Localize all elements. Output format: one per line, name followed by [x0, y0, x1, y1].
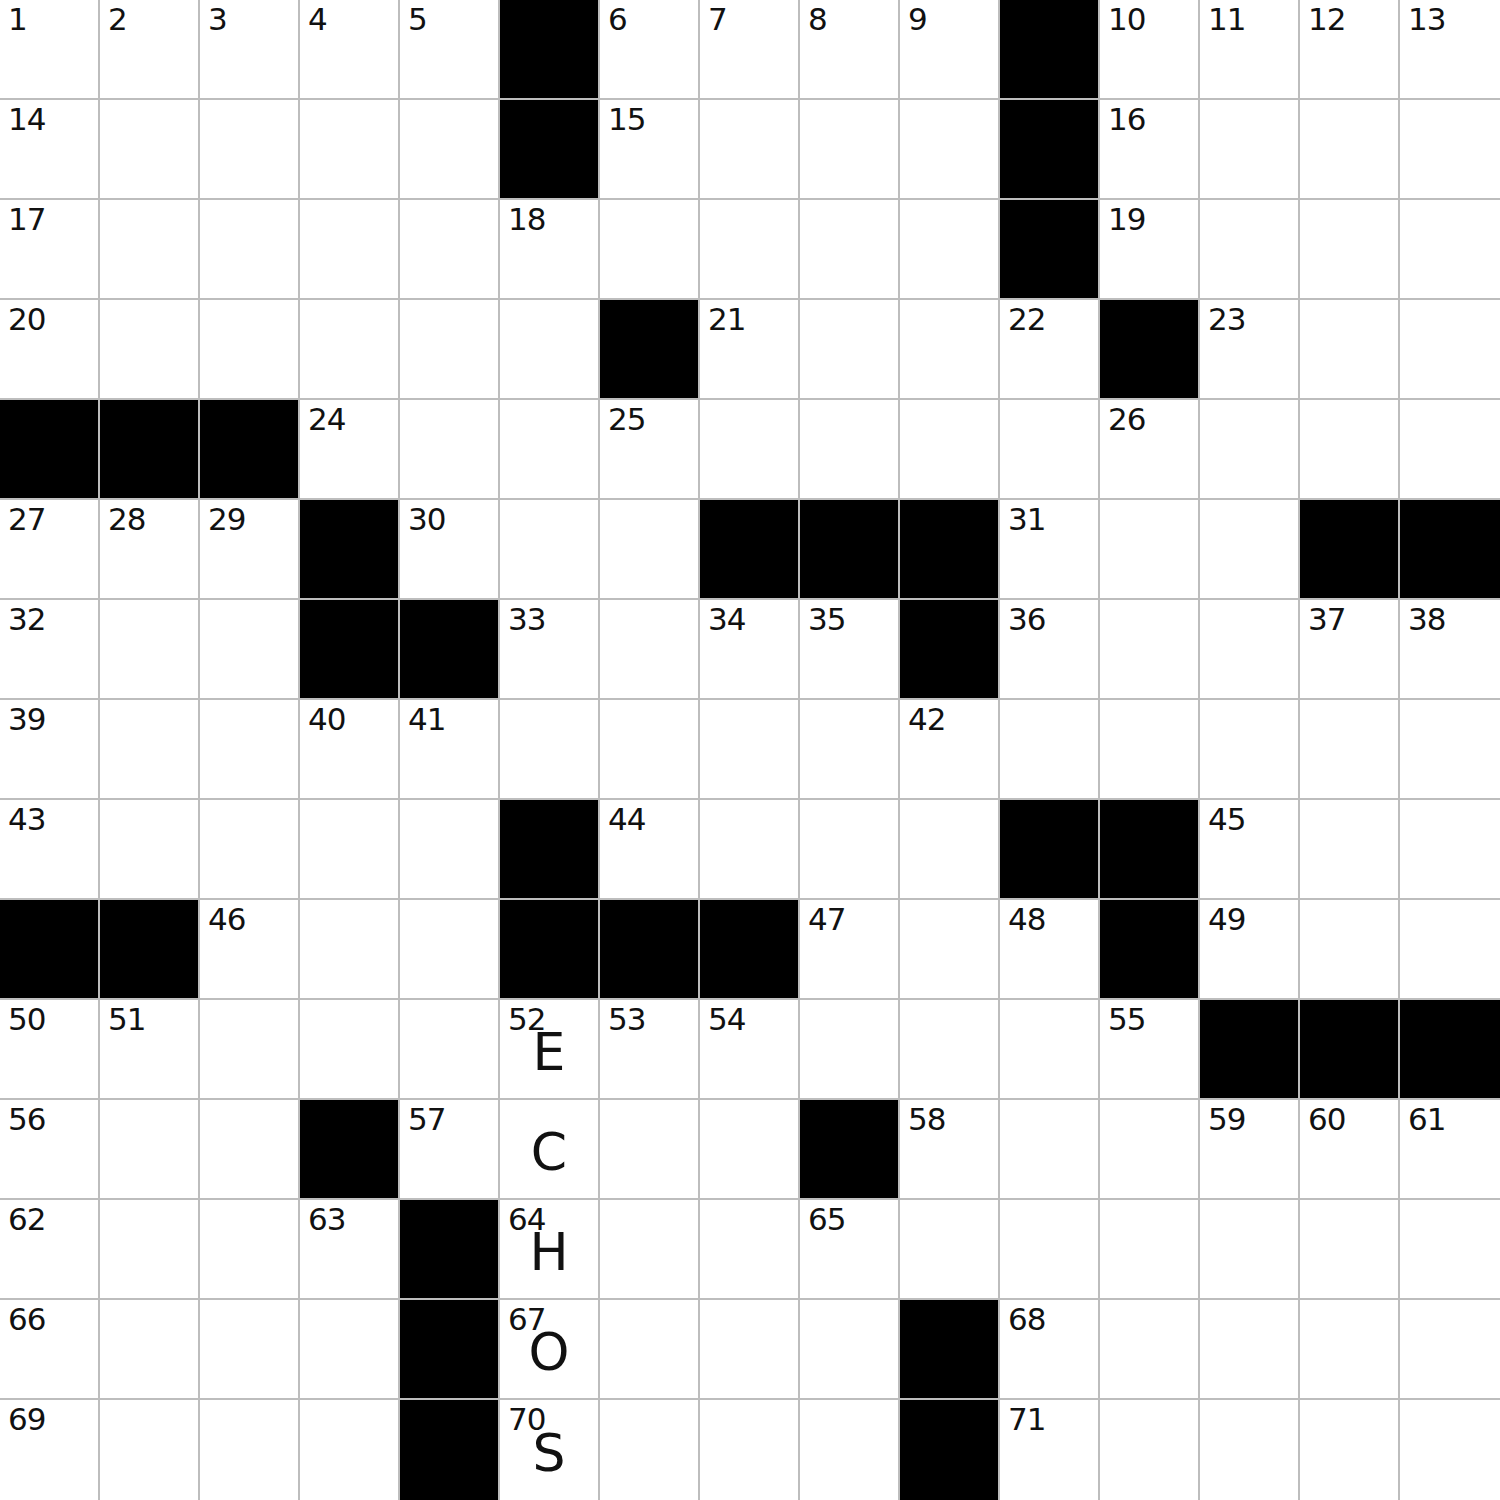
clue-number: 10: [1108, 4, 1145, 35]
block-cell-r10c8: [700, 900, 800, 1000]
clue-number: 48: [1008, 904, 1045, 935]
cell-r2c15[interactable]: [1400, 100, 1500, 200]
cell-r5c15[interactable]: [1400, 400, 1500, 500]
block-cell-r6c8: [700, 500, 800, 600]
cell-r11c3[interactable]: [200, 1000, 300, 1100]
clue-number: 8: [808, 4, 827, 35]
cell-r13c14[interactable]: [1300, 1200, 1400, 1300]
block-cell-r12c4: [300, 1100, 400, 1200]
cell-r5c5[interactable]: [400, 400, 500, 500]
cell-r12c10[interactable]: 58: [900, 1100, 1000, 1200]
block-cell-r10c12: [1100, 900, 1200, 1000]
cell-r2c13[interactable]: [1200, 100, 1300, 200]
cell-r15c12[interactable]: [1100, 1400, 1200, 1500]
cell-r9c15[interactable]: [1400, 800, 1500, 900]
cell-r15c1[interactable]: 69: [0, 1400, 100, 1500]
cell-r14c3[interactable]: [200, 1300, 300, 1400]
cell-r6c6[interactable]: [500, 500, 600, 600]
cell-r4c13[interactable]: 23: [1200, 300, 1300, 400]
cell-r14c7[interactable]: [600, 1300, 700, 1400]
cell-r14c11[interactable]: 68: [1000, 1300, 1100, 1400]
clue-number: 18: [508, 204, 545, 235]
cell-r3c2[interactable]: [100, 200, 200, 300]
clue-number: 36: [1008, 604, 1045, 635]
block-cell-r11c13: [1200, 1000, 1300, 1100]
block-cell-r12c9: [800, 1100, 900, 1200]
block-cell-r1c11: [1000, 0, 1100, 100]
cell-r5c12[interactable]: 26: [1100, 400, 1200, 500]
clue-number: 9: [908, 4, 927, 35]
block-cell-r3c11: [1000, 200, 1100, 300]
clue-number: 2: [108, 4, 127, 35]
cell-r4c8[interactable]: 21: [700, 300, 800, 400]
cell-r12c5[interactable]: 57: [400, 1100, 500, 1200]
cell-r14c14[interactable]: [1300, 1300, 1400, 1400]
block-cell-r7c5: [400, 600, 500, 700]
cell-r14c15[interactable]: [1400, 1300, 1500, 1400]
block-cell-r10c1: [0, 900, 100, 1000]
cell-r13c13[interactable]: [1200, 1200, 1300, 1300]
cell-r11c12[interactable]: 55: [1100, 1000, 1200, 1100]
cell-r1c3[interactable]: 3: [200, 0, 300, 100]
block-cell-r2c11: [1000, 100, 1100, 200]
clue-number: 66: [8, 1304, 45, 1335]
cell-r3c6[interactable]: 18: [500, 200, 600, 300]
cell-letter: O: [500, 1326, 598, 1378]
cell-r7c7[interactable]: [600, 600, 700, 700]
cell-r8c12[interactable]: [1100, 700, 1200, 800]
cell-r5c14[interactable]: [1300, 400, 1400, 500]
cell-r8c10[interactable]: 42: [900, 700, 1000, 800]
block-cell-r14c5: [400, 1300, 500, 1400]
cell-r9c5[interactable]: [400, 800, 500, 900]
cell-r4c14[interactable]: [1300, 300, 1400, 400]
cell-r10c10[interactable]: [900, 900, 1000, 1000]
clue-number: 65: [808, 1204, 845, 1235]
cell-r3c3[interactable]: [200, 200, 300, 300]
cell-r3c8[interactable]: [700, 200, 800, 300]
clue-number: 47: [808, 904, 845, 935]
cell-r7c2[interactable]: [100, 600, 200, 700]
cell-r11c8[interactable]: 54: [700, 1000, 800, 1100]
cell-r9c14[interactable]: [1300, 800, 1400, 900]
cell-r6c2[interactable]: 28: [100, 500, 200, 600]
cell-r11c10[interactable]: [900, 1000, 1000, 1100]
cell-r4c11[interactable]: 22: [1000, 300, 1100, 400]
cell-r3c15[interactable]: [1400, 200, 1500, 300]
cell-letter: C: [500, 1126, 598, 1178]
cell-r9c10[interactable]: [900, 800, 1000, 900]
cell-r8c7[interactable]: [600, 700, 700, 800]
cell-r10c14[interactable]: [1300, 900, 1400, 1000]
cell-r6c11[interactable]: 31: [1000, 500, 1100, 600]
cell-r1c10[interactable]: 9: [900, 0, 1000, 100]
clue-number: 58: [908, 1104, 945, 1135]
cell-r3c13[interactable]: [1200, 200, 1300, 300]
cell-r8c3[interactable]: [200, 700, 300, 800]
block-cell-r5c2: [100, 400, 200, 500]
cell-r1c15[interactable]: 13: [1400, 0, 1500, 100]
clue-number: 15: [608, 104, 645, 135]
clue-number: 32: [8, 604, 45, 635]
clue-number: 27: [8, 504, 45, 535]
cell-r14c2[interactable]: [100, 1300, 200, 1400]
clue-number: 24: [308, 404, 345, 435]
cell-r10c15[interactable]: [1400, 900, 1500, 1000]
cell-r8c15[interactable]: [1400, 700, 1500, 800]
cell-r12c7[interactable]: [600, 1100, 700, 1200]
cell-r5c7[interactable]: 25: [600, 400, 700, 500]
block-cell-r11c15: [1400, 1000, 1500, 1100]
cell-r14c1[interactable]: 66: [0, 1300, 100, 1400]
cell-r1c9[interactable]: 8: [800, 0, 900, 100]
cell-r15c9[interactable]: [800, 1400, 900, 1500]
cell-letter: S: [500, 1427, 598, 1479]
cell-r3c5[interactable]: [400, 200, 500, 300]
cell-r3c4[interactable]: [300, 200, 400, 300]
clue-number: 20: [8, 304, 45, 335]
clue-number: 28: [108, 504, 145, 535]
cell-r10c4[interactable]: [300, 900, 400, 1000]
clue-number: 62: [8, 1204, 45, 1235]
cell-r6c12[interactable]: [1100, 500, 1200, 600]
clue-number: 54: [708, 1004, 745, 1035]
clue-number: 23: [1208, 304, 1245, 335]
cell-r10c13[interactable]: 49: [1200, 900, 1300, 1000]
clue-number: 63: [308, 1204, 345, 1235]
cell-r13c7[interactable]: [600, 1200, 700, 1300]
clue-number: 13: [1408, 4, 1445, 35]
cell-r13c8[interactable]: [700, 1200, 800, 1300]
cell-r3c1[interactable]: 17: [0, 200, 100, 300]
cell-r15c13[interactable]: [1200, 1400, 1300, 1500]
cell-r10c5[interactable]: [400, 900, 500, 1000]
cell-r12c8[interactable]: [700, 1100, 800, 1200]
cell-r15c6[interactable]: 70S: [500, 1400, 600, 1500]
cell-r11c5[interactable]: [400, 1000, 500, 1100]
clue-number: 30: [408, 504, 445, 535]
cell-r12c13[interactable]: 59: [1200, 1100, 1300, 1200]
cell-r8c11[interactable]: [1000, 700, 1100, 800]
clue-number: 40: [308, 704, 345, 735]
cell-r15c15[interactable]: [1400, 1400, 1500, 1500]
cell-r11c6[interactable]: 52E: [500, 1000, 600, 1100]
cell-r9c9[interactable]: [800, 800, 900, 900]
clue-number: 22: [1008, 304, 1045, 335]
cell-r15c3[interactable]: [200, 1400, 300, 1500]
cell-r8c1[interactable]: 39: [0, 700, 100, 800]
cell-r2c5[interactable]: [400, 100, 500, 200]
cell-r11c2[interactable]: 51: [100, 1000, 200, 1100]
block-cell-r6c10: [900, 500, 1000, 600]
clue-number: 5: [408, 4, 427, 35]
cell-r11c11[interactable]: [1000, 1000, 1100, 1100]
block-cell-r4c12: [1100, 300, 1200, 400]
block-cell-r6c4: [300, 500, 400, 600]
cell-r13c10[interactable]: [900, 1200, 1000, 1300]
cell-r5c6[interactable]: [500, 400, 600, 500]
cell-r4c1[interactable]: 20: [0, 300, 100, 400]
clue-number: 46: [208, 904, 245, 935]
cell-r6c3[interactable]: 29: [200, 500, 300, 600]
clue-number: 17: [8, 204, 45, 235]
cell-r12c1[interactable]: 56: [0, 1100, 100, 1200]
cell-r2c3[interactable]: [200, 100, 300, 200]
clue-number: 16: [1108, 104, 1145, 135]
block-cell-r7c4: [300, 600, 400, 700]
cell-r4c9[interactable]: [800, 300, 900, 400]
cell-r1c5[interactable]: 5: [400, 0, 500, 100]
cell-r2c7[interactable]: 15: [600, 100, 700, 200]
cell-r5c11[interactable]: [1000, 400, 1100, 500]
cell-r14c13[interactable]: [1200, 1300, 1300, 1400]
cell-r7c8[interactable]: 34: [700, 600, 800, 700]
cell-r5c4[interactable]: 24: [300, 400, 400, 500]
cell-r13c9[interactable]: 65: [800, 1200, 900, 1300]
clue-number: 49: [1208, 904, 1245, 935]
cell-r1c13[interactable]: 11: [1200, 0, 1300, 100]
cell-r3c14[interactable]: [1300, 200, 1400, 300]
block-cell-r9c12: [1100, 800, 1200, 900]
cell-r7c15[interactable]: 38: [1400, 600, 1500, 700]
cell-r13c2[interactable]: [100, 1200, 200, 1300]
clue-number: 41: [408, 704, 445, 735]
block-cell-r9c11: [1000, 800, 1100, 900]
cell-r2c9[interactable]: [800, 100, 900, 200]
cell-r11c4[interactable]: [300, 1000, 400, 1100]
block-cell-r6c9: [800, 500, 900, 600]
cell-r2c14[interactable]: [1300, 100, 1400, 200]
cell-r13c4[interactable]: 63: [300, 1200, 400, 1300]
cell-r6c7[interactable]: [600, 500, 700, 600]
cell-r9c7[interactable]: 44: [600, 800, 700, 900]
block-cell-r11c14: [1300, 1000, 1400, 1100]
cell-r1c1[interactable]: 1: [0, 0, 100, 100]
cell-r13c12[interactable]: [1100, 1200, 1200, 1300]
cell-r15c2[interactable]: [100, 1400, 200, 1500]
block-cell-r1c6: [500, 0, 600, 100]
cell-r8c2[interactable]: [100, 700, 200, 800]
block-cell-r6c15: [1400, 500, 1500, 600]
cell-r13c6[interactable]: 64H: [500, 1200, 600, 1300]
cell-r3c7[interactable]: [600, 200, 700, 300]
clue-number: 33: [508, 604, 545, 635]
clue-number: 61: [1408, 1104, 1445, 1135]
cell-r6c5[interactable]: 30: [400, 500, 500, 600]
block-cell-r14c10: [900, 1300, 1000, 1400]
crossword-grid: 1234567891011121314151617181920212223242…: [0, 0, 1500, 1500]
cell-r9c1[interactable]: 43: [0, 800, 100, 900]
block-cell-r10c6: [500, 900, 600, 1000]
cell-r10c9[interactable]: 47: [800, 900, 900, 1000]
cell-r1c2[interactable]: 2: [100, 0, 200, 100]
cell-r12c6[interactable]: C: [500, 1100, 600, 1200]
cell-r4c2[interactable]: [100, 300, 200, 400]
cell-r2c4[interactable]: [300, 100, 400, 200]
cell-r15c11[interactable]: 71: [1000, 1400, 1100, 1500]
cell-r4c5[interactable]: [400, 300, 500, 400]
cell-r2c2[interactable]: [100, 100, 200, 200]
cell-r1c7[interactable]: 6: [600, 0, 700, 100]
clue-number: 3: [208, 4, 227, 35]
cell-r13c3[interactable]: [200, 1200, 300, 1300]
cell-r11c9[interactable]: [800, 1000, 900, 1100]
clue-number: 4: [308, 4, 327, 35]
cell-r12c15[interactable]: 61: [1400, 1100, 1500, 1200]
cell-r4c3[interactable]: [200, 300, 300, 400]
cell-r4c6[interactable]: [500, 300, 600, 400]
cell-r7c3[interactable]: [200, 600, 300, 700]
cell-r12c3[interactable]: [200, 1100, 300, 1200]
cell-r8c4[interactable]: 40: [300, 700, 400, 800]
cell-r2c8[interactable]: [700, 100, 800, 200]
cell-r7c1[interactable]: 32: [0, 600, 100, 700]
cell-r11c7[interactable]: 53: [600, 1000, 700, 1100]
cell-r5c9[interactable]: [800, 400, 900, 500]
clue-number: 25: [608, 404, 645, 435]
cell-r6c1[interactable]: 27: [0, 500, 100, 600]
cell-r2c10[interactable]: [900, 100, 1000, 200]
clue-number: 35: [808, 604, 845, 635]
cell-r8c9[interactable]: [800, 700, 900, 800]
cell-r11c1[interactable]: 50: [0, 1000, 100, 1100]
block-cell-r6c14: [1300, 500, 1400, 600]
cell-r9c13[interactable]: 45: [1200, 800, 1300, 900]
cell-r7c11[interactable]: 36: [1000, 600, 1100, 700]
clue-number: 34: [708, 604, 745, 635]
cell-letter: H: [500, 1226, 598, 1278]
block-cell-r2c6: [500, 100, 600, 200]
clue-number: 38: [1408, 604, 1445, 635]
cell-r8c5[interactable]: 41: [400, 700, 500, 800]
cell-r13c1[interactable]: 62: [0, 1200, 100, 1300]
clue-number: 56: [8, 1104, 45, 1135]
cell-r15c14[interactable]: [1300, 1400, 1400, 1500]
clue-number: 37: [1308, 604, 1345, 635]
cell-r14c9[interactable]: [800, 1300, 900, 1400]
cell-r4c4[interactable]: [300, 300, 400, 400]
clue-number: 60: [1308, 1104, 1345, 1135]
clue-number: 6: [608, 4, 627, 35]
cell-r14c6[interactable]: 67O: [500, 1300, 600, 1400]
clue-number: 50: [8, 1004, 45, 1035]
clue-number: 11: [1208, 4, 1245, 35]
cell-r12c12[interactable]: [1100, 1100, 1200, 1200]
block-cell-r15c5: [400, 1400, 500, 1500]
cell-r3c10[interactable]: [900, 200, 1000, 300]
cell-r6c13[interactable]: [1200, 500, 1300, 600]
cell-r15c8[interactable]: [700, 1400, 800, 1500]
clue-number: 55: [1108, 1004, 1145, 1035]
cell-r9c8[interactable]: [700, 800, 800, 900]
cell-r8c8[interactable]: [700, 700, 800, 800]
cell-r5c13[interactable]: [1200, 400, 1300, 500]
cell-r4c15[interactable]: [1400, 300, 1500, 400]
clue-number: 45: [1208, 804, 1245, 835]
cell-r8c13[interactable]: [1200, 700, 1300, 800]
cell-r7c13[interactable]: [1200, 600, 1300, 700]
block-cell-r5c3: [200, 400, 300, 500]
cell-r12c14[interactable]: 60: [1300, 1100, 1400, 1200]
clue-number: 1: [8, 4, 27, 35]
cell-r13c11[interactable]: [1000, 1200, 1100, 1300]
clue-number: 43: [8, 804, 45, 835]
clue-number: 44: [608, 804, 645, 835]
block-cell-r10c2: [100, 900, 200, 1000]
cell-r10c3[interactable]: 46: [200, 900, 300, 1000]
block-cell-r4c7: [600, 300, 700, 400]
cell-r5c10[interactable]: [900, 400, 1000, 500]
clue-number: 12: [1308, 4, 1345, 35]
cell-r12c11[interactable]: [1000, 1100, 1100, 1200]
block-cell-r13c5: [400, 1200, 500, 1300]
clue-number: 71: [1008, 1404, 1045, 1435]
cell-r10c11[interactable]: 48: [1000, 900, 1100, 1000]
cell-r5c8[interactable]: [700, 400, 800, 500]
clue-number: 31: [1008, 504, 1045, 535]
clue-number: 7: [708, 4, 727, 35]
cell-r2c12[interactable]: 16: [1100, 100, 1200, 200]
clue-number: 14: [8, 104, 45, 135]
cell-r7c6[interactable]: 33: [500, 600, 600, 700]
cell-r14c12[interactable]: [1100, 1300, 1200, 1400]
block-cell-r10c7: [600, 900, 700, 1000]
clue-number: 51: [108, 1004, 145, 1035]
clue-number: 68: [1008, 1304, 1045, 1335]
clue-number: 57: [408, 1104, 445, 1135]
cell-r15c7[interactable]: [600, 1400, 700, 1500]
cell-r1c4[interactable]: 4: [300, 0, 400, 100]
cell-r14c8[interactable]: [700, 1300, 800, 1400]
cell-r3c12[interactable]: 19: [1100, 200, 1200, 300]
clue-number: 29: [208, 504, 245, 535]
cell-r7c9[interactable]: 35: [800, 600, 900, 700]
clue-number: 42: [908, 704, 945, 735]
clue-number: 69: [8, 1404, 45, 1435]
cell-r12c2[interactable]: [100, 1100, 200, 1200]
clue-number: 39: [8, 704, 45, 735]
cell-r7c14[interactable]: 37: [1300, 600, 1400, 700]
cell-r1c8[interactable]: 7: [700, 0, 800, 100]
cell-r4c10[interactable]: [900, 300, 1000, 400]
block-cell-r9c6: [500, 800, 600, 900]
cell-r7c12[interactable]: [1100, 600, 1200, 700]
clue-number: 21: [708, 304, 745, 335]
block-cell-r15c10: [900, 1400, 1000, 1500]
clue-number: 26: [1108, 404, 1145, 435]
block-cell-r5c1: [0, 400, 100, 500]
cell-r3c9[interactable]: [800, 200, 900, 300]
cell-r1c14[interactable]: 12: [1300, 0, 1400, 100]
cell-r9c2[interactable]: [100, 800, 200, 900]
clue-number: 59: [1208, 1104, 1245, 1135]
cell-r13c15[interactable]: [1400, 1200, 1500, 1300]
cell-r9c3[interactable]: [200, 800, 300, 900]
block-cell-r7c10: [900, 600, 1000, 700]
cell-r2c1[interactable]: 14: [0, 100, 100, 200]
cell-r14c4[interactable]: [300, 1300, 400, 1400]
cell-letter: E: [500, 1026, 598, 1078]
clue-number: 53: [608, 1004, 645, 1035]
cell-r8c6[interactable]: [500, 700, 600, 800]
clue-number: 19: [1108, 204, 1145, 235]
cell-r8c14[interactable]: [1300, 700, 1400, 800]
cell-r15c4[interactable]: [300, 1400, 400, 1500]
cell-r1c12[interactable]: 10: [1100, 0, 1200, 100]
cell-r9c4[interactable]: [300, 800, 400, 900]
